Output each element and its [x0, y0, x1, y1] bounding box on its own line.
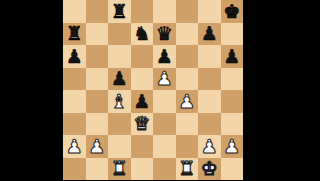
black-pawn-a6[interactable]: ♟	[66, 46, 83, 65]
white-pawn-g2[interactable]: ♟	[201, 136, 218, 155]
black-pawn-e6[interactable]: ♟	[156, 46, 173, 65]
chess-board: ♜♚♜♞♛♟♟♟♟♟♟♝♟♟♛♟♟♟♟♜♜♚	[63, 0, 243, 180]
square-f2[interactable]	[176, 135, 199, 158]
square-d4[interactable]: ♟	[131, 90, 154, 113]
square-e6[interactable]: ♟	[153, 45, 176, 68]
black-pawn-g7[interactable]: ♟	[201, 24, 218, 43]
black-rook-c8[interactable]: ♜	[111, 1, 128, 20]
square-b5[interactable]	[86, 68, 109, 91]
square-g3[interactable]	[198, 113, 221, 136]
square-g5[interactable]	[198, 68, 221, 91]
square-f4[interactable]: ♟	[176, 90, 199, 113]
square-c4[interactable]: ♝	[108, 90, 131, 113]
square-b2[interactable]: ♟	[86, 135, 109, 158]
square-c1[interactable]: ♜	[108, 158, 131, 181]
square-h5[interactable]	[221, 68, 244, 91]
square-d2[interactable]	[131, 135, 154, 158]
square-b1[interactable]	[86, 158, 109, 181]
white-bishop-c4[interactable]: ♝	[111, 91, 128, 110]
black-pawn-d4[interactable]: ♟	[133, 91, 150, 110]
square-e7[interactable]: ♛	[153, 23, 176, 46]
square-g1[interactable]: ♚	[198, 158, 221, 181]
square-c7[interactable]	[108, 23, 131, 46]
black-rook-a7[interactable]: ♜	[66, 24, 83, 43]
black-pawn-h6[interactable]: ♟	[223, 46, 240, 65]
square-h4[interactable]	[221, 90, 244, 113]
square-a3[interactable]	[63, 113, 86, 136]
square-a2[interactable]: ♟	[63, 135, 86, 158]
square-g6[interactable]	[198, 45, 221, 68]
square-a5[interactable]	[63, 68, 86, 91]
square-f5[interactable]	[176, 68, 199, 91]
square-h6[interactable]: ♟	[221, 45, 244, 68]
black-knight-d7[interactable]: ♞	[133, 24, 150, 43]
white-pawn-h2[interactable]: ♟	[223, 136, 240, 155]
square-h7[interactable]	[221, 23, 244, 46]
square-d6[interactable]	[131, 45, 154, 68]
square-h1[interactable]	[221, 158, 244, 181]
square-d1[interactable]	[131, 158, 154, 181]
square-d7[interactable]: ♞	[131, 23, 154, 46]
square-g7[interactable]: ♟	[198, 23, 221, 46]
square-f6[interactable]	[176, 45, 199, 68]
square-d8[interactable]	[131, 0, 154, 23]
square-b3[interactable]	[86, 113, 109, 136]
video-letterbox-background: ♜♚♜♞♛♟♟♟♟♟♟♝♟♟♛♟♟♟♟♜♜♚	[0, 0, 320, 180]
square-b8[interactable]	[86, 0, 109, 23]
square-e2[interactable]	[153, 135, 176, 158]
white-pawn-e5[interactable]: ♟	[156, 69, 173, 88]
square-e5[interactable]: ♟	[153, 68, 176, 91]
square-h3[interactable]	[221, 113, 244, 136]
white-queen-d3[interactable]: ♛	[133, 114, 150, 133]
square-d3[interactable]: ♛	[131, 113, 154, 136]
black-pawn-c5[interactable]: ♟	[111, 69, 128, 88]
square-f1[interactable]: ♜	[176, 158, 199, 181]
square-h2[interactable]: ♟	[221, 135, 244, 158]
square-c6[interactable]	[108, 45, 131, 68]
square-c8[interactable]: ♜	[108, 0, 131, 23]
square-a7[interactable]: ♜	[63, 23, 86, 46]
square-h8[interactable]: ♚	[221, 0, 244, 23]
square-g2[interactable]: ♟	[198, 135, 221, 158]
square-b4[interactable]	[86, 90, 109, 113]
square-f7[interactable]	[176, 23, 199, 46]
black-queen-e7[interactable]: ♛	[156, 24, 173, 43]
square-b6[interactable]	[86, 45, 109, 68]
white-pawn-f4[interactable]: ♟	[178, 91, 195, 110]
square-c2[interactable]	[108, 135, 131, 158]
white-king-g1[interactable]: ♚	[201, 159, 218, 178]
square-e8[interactable]	[153, 0, 176, 23]
square-g4[interactable]	[198, 90, 221, 113]
square-c3[interactable]	[108, 113, 131, 136]
square-e4[interactable]	[153, 90, 176, 113]
square-a8[interactable]	[63, 0, 86, 23]
white-rook-f1[interactable]: ♜	[178, 159, 195, 178]
square-e1[interactable]	[153, 158, 176, 181]
square-b7[interactable]	[86, 23, 109, 46]
square-c5[interactable]: ♟	[108, 68, 131, 91]
square-f3[interactable]	[176, 113, 199, 136]
white-pawn-a2[interactable]: ♟	[66, 136, 83, 155]
square-a4[interactable]	[63, 90, 86, 113]
square-e3[interactable]	[153, 113, 176, 136]
black-king-h8[interactable]: ♚	[223, 1, 240, 20]
square-g8[interactable]	[198, 0, 221, 23]
square-d5[interactable]	[131, 68, 154, 91]
white-rook-c1[interactable]: ♜	[111, 159, 128, 178]
square-f8[interactable]	[176, 0, 199, 23]
square-a1[interactable]	[63, 158, 86, 181]
white-pawn-b2[interactable]: ♟	[88, 136, 105, 155]
square-a6[interactable]: ♟	[63, 45, 86, 68]
